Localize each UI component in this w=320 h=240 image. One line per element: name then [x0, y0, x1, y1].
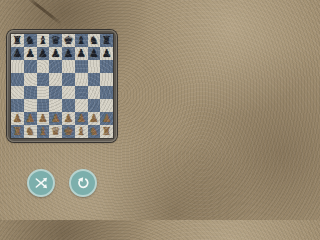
square-g2[interactable]: ♟ [88, 112, 101, 125]
square-d1[interactable]: ♛ [49, 125, 62, 138]
square-h5[interactable] [100, 73, 113, 86]
square-e1[interactable]: ♚ [62, 125, 75, 138]
black-knight: ♞ [89, 35, 99, 46]
square-c3[interactable] [37, 99, 50, 112]
square-f7[interactable]: ♟ [75, 47, 88, 60]
square-a4[interactable] [11, 86, 24, 99]
black-queen: ♛ [51, 35, 61, 46]
square-b5[interactable] [24, 73, 37, 86]
square-a3[interactable] [11, 99, 24, 112]
square-c4[interactable] [37, 86, 50, 99]
square-f4[interactable] [75, 86, 88, 99]
black-rook: ♜ [102, 35, 112, 46]
white-queen: ♛ [51, 126, 61, 137]
square-e7[interactable]: ♟ [62, 47, 75, 60]
black-bishop: ♝ [38, 35, 48, 46]
chess-board-grid: ♜♞♝♛♚♝♞♜♟♟♟♟♟♟♟♟♟♟♟♟♟♟♟♟♜♞♝♛♚♝♞♜ [11, 34, 113, 138]
restart-button[interactable] [69, 169, 97, 197]
square-a1[interactable]: ♜ [11, 125, 24, 138]
square-h1[interactable]: ♜ [100, 125, 113, 138]
black-king: ♚ [63, 35, 73, 46]
black-pawn: ♟ [63, 48, 73, 59]
square-e4[interactable] [62, 86, 75, 99]
black-pawn: ♟ [51, 48, 61, 59]
white-knight: ♞ [25, 126, 35, 137]
square-a6[interactable] [11, 60, 24, 73]
black-pawn: ♟ [76, 48, 86, 59]
square-h6[interactable] [100, 60, 113, 73]
square-b8[interactable]: ♞ [24, 34, 37, 47]
square-c8[interactable]: ♝ [37, 34, 50, 47]
square-a2[interactable]: ♟ [11, 112, 24, 125]
chess-board-frame: ♜♞♝♛♚♝♞♜♟♟♟♟♟♟♟♟♟♟♟♟♟♟♟♟♜♞♝♛♚♝♞♜ [7, 30, 117, 142]
black-bishop: ♝ [76, 35, 86, 46]
square-b3[interactable] [24, 99, 37, 112]
square-d7[interactable]: ♟ [49, 47, 62, 60]
square-d4[interactable] [49, 86, 62, 99]
white-rook: ♜ [12, 126, 22, 137]
black-pawn: ♟ [38, 48, 48, 59]
square-g1[interactable]: ♞ [88, 125, 101, 138]
square-c6[interactable] [37, 60, 50, 73]
square-f8[interactable]: ♝ [75, 34, 88, 47]
black-pawn: ♟ [102, 48, 112, 59]
square-c7[interactable]: ♟ [37, 47, 50, 60]
shuffle-arrows-icon [33, 175, 49, 191]
white-rook: ♜ [102, 126, 112, 137]
square-e6[interactable] [62, 60, 75, 73]
square-h3[interactable] [100, 99, 113, 112]
black-rook: ♜ [12, 35, 22, 46]
square-g8[interactable]: ♞ [88, 34, 101, 47]
square-h8[interactable]: ♜ [100, 34, 113, 47]
square-d6[interactable] [49, 60, 62, 73]
square-a5[interactable] [11, 73, 24, 86]
black-pawn: ♟ [89, 48, 99, 59]
square-b7[interactable]: ♟ [24, 47, 37, 60]
square-a8[interactable]: ♜ [11, 34, 24, 47]
white-pawn: ♟ [12, 113, 22, 124]
square-h7[interactable]: ♟ [100, 47, 113, 60]
app-screen: { "game": "chess", "app": { "description… [0, 0, 124, 220]
white-pawn: ♟ [102, 113, 112, 124]
white-pawn: ♟ [25, 113, 35, 124]
stone-vein-decoration [26, 0, 63, 25]
square-b4[interactable] [24, 86, 37, 99]
shuffle-button[interactable] [27, 169, 55, 197]
square-c2[interactable]: ♟ [37, 112, 50, 125]
square-h2[interactable]: ♟ [100, 112, 113, 125]
white-bishop: ♝ [38, 126, 48, 137]
square-d2[interactable]: ♟ [49, 112, 62, 125]
square-f2[interactable]: ♟ [75, 112, 88, 125]
square-h4[interactable] [100, 86, 113, 99]
white-knight: ♞ [89, 126, 99, 137]
white-pawn: ♟ [63, 113, 73, 124]
white-pawn: ♟ [76, 113, 86, 124]
square-e5[interactable] [62, 73, 75, 86]
square-b6[interactable] [24, 60, 37, 73]
square-f6[interactable] [75, 60, 88, 73]
black-pawn: ♟ [25, 48, 35, 59]
black-pawn: ♟ [12, 48, 22, 59]
black-knight: ♞ [25, 35, 35, 46]
square-d3[interactable] [49, 99, 62, 112]
white-bishop: ♝ [76, 126, 86, 137]
restart-arrow-icon [75, 175, 91, 191]
white-pawn: ♟ [51, 113, 61, 124]
white-pawn: ♟ [89, 113, 99, 124]
square-f3[interactable] [75, 99, 88, 112]
square-d8[interactable]: ♛ [49, 34, 62, 47]
square-e8[interactable]: ♚ [62, 34, 75, 47]
white-king: ♚ [63, 126, 73, 137]
square-e2[interactable]: ♟ [62, 112, 75, 125]
square-g6[interactable] [88, 60, 101, 73]
white-pawn: ♟ [38, 113, 48, 124]
square-g4[interactable] [88, 86, 101, 99]
square-g5[interactable] [88, 73, 101, 86]
square-e3[interactable] [62, 99, 75, 112]
square-c5[interactable] [37, 73, 50, 86]
square-g3[interactable] [88, 99, 101, 112]
square-c1[interactable]: ♝ [37, 125, 50, 138]
square-d5[interactable] [49, 73, 62, 86]
square-f1[interactable]: ♝ [75, 125, 88, 138]
square-b1[interactable]: ♞ [24, 125, 37, 138]
square-g7[interactable]: ♟ [88, 47, 101, 60]
square-f5[interactable] [75, 73, 88, 86]
square-a7[interactable]: ♟ [11, 47, 24, 60]
square-b2[interactable]: ♟ [24, 112, 37, 125]
